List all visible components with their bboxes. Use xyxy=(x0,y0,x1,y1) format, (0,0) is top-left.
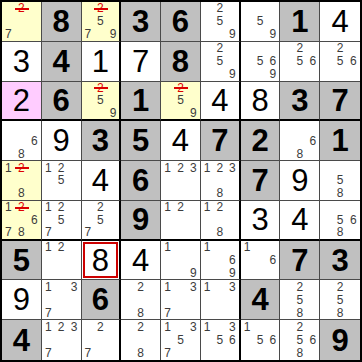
candidate-2: 2 xyxy=(94,201,107,214)
candidate-2: 2 xyxy=(55,241,68,254)
candidate-5: 5 xyxy=(293,55,306,68)
cell-r1c2[interactable]: 8 xyxy=(42,2,82,42)
digit: 4 xyxy=(251,284,268,315)
candidate-6: 6 xyxy=(267,254,280,267)
candidate-2: 2 xyxy=(333,42,346,55)
candidate-3: 3 xyxy=(68,320,81,333)
cell-r9c7[interactable]: 156 xyxy=(241,320,281,360)
pencil-marks: 169 xyxy=(201,241,239,280)
candidate-7: 7 xyxy=(82,226,95,239)
cell-r7c9[interactable]: 3 xyxy=(320,241,360,281)
candidate-2: 2 xyxy=(293,320,306,333)
candidate-3: 3 xyxy=(226,320,239,333)
pencil-marks: 59 xyxy=(241,2,280,41)
candidate-5: 5 xyxy=(213,333,226,346)
cell-r8c6[interactable]: 13 xyxy=(201,280,241,320)
candidate-3: 3 xyxy=(226,280,239,293)
cell-r7c5[interactable]: 19 xyxy=(161,241,201,281)
cell-r1c9[interactable]: 4 xyxy=(320,2,360,42)
cell-r4c8[interactable]: 68 xyxy=(280,121,320,161)
cell-r3c6[interactable]: 4 xyxy=(201,82,241,122)
candidate-1: 1 xyxy=(161,161,174,174)
candidate-9: 9 xyxy=(187,267,200,280)
pencil-marks: 28 xyxy=(121,280,160,319)
cell-r7c6[interactable]: 169 xyxy=(201,241,241,281)
eliminated-candidate-2: 2 xyxy=(15,161,28,174)
candidate-5: 5 xyxy=(174,333,187,346)
digit: 3 xyxy=(251,204,268,235)
cell-r2c9[interactable]: 256 xyxy=(320,42,360,82)
pencil-marks: 257 xyxy=(82,201,120,239)
digit: 3 xyxy=(331,245,348,276)
candidate-9: 9 xyxy=(267,68,280,81)
candidate-7: 7 xyxy=(161,347,174,360)
digit: 9 xyxy=(132,204,149,235)
cell-r2c7[interactable]: 569 xyxy=(241,42,281,82)
pencil-marks: 569 xyxy=(241,42,280,81)
candidate-5: 5 xyxy=(94,15,107,28)
candidate-2: 2 xyxy=(333,280,346,293)
cell-r8c5[interactable]: 137 xyxy=(161,280,201,320)
cell-r9c8[interactable]: 2568 xyxy=(280,320,320,360)
candidate-7: 7 xyxy=(82,347,95,360)
digit: 9 xyxy=(291,165,308,196)
candidate-5: 5 xyxy=(94,213,107,226)
candidate-7: 7 xyxy=(161,306,174,319)
candidate-9: 9 xyxy=(107,107,120,120)
candidate-2: 2 xyxy=(174,161,187,174)
candidate-5: 5 xyxy=(213,15,226,28)
cell-r7c8[interactable]: 7 xyxy=(280,241,320,281)
pencil-marks: 258 xyxy=(320,280,360,319)
candidate-8: 8 xyxy=(333,226,346,239)
cell-r4c1[interactable]: 68 xyxy=(2,121,42,161)
candidate-6: 6 xyxy=(226,254,239,267)
cell-r6c2[interactable]: 1257 xyxy=(42,201,82,241)
candidate-5: 5 xyxy=(333,213,346,226)
digit: 1 xyxy=(291,6,308,37)
digit: 2 xyxy=(251,125,268,156)
candidate-2: 2 xyxy=(213,201,226,214)
candidate-2: 2 xyxy=(94,320,107,333)
candidate-1: 1 xyxy=(42,241,55,254)
candidate-1: 1 xyxy=(2,201,15,214)
cell-r7c3[interactable]: 8 xyxy=(82,241,122,281)
cell-r3c5[interactable]: 592 xyxy=(161,82,201,122)
cell-r9c1[interactable]: 4 xyxy=(2,320,42,360)
pencil-marks: 258 xyxy=(280,280,319,319)
sudoku-board: 7285792362595914341782595692562562659215… xyxy=(0,0,362,362)
candidate-8: 8 xyxy=(293,306,306,319)
pencil-marks: 125 xyxy=(42,161,81,200)
cell-r6c5[interactable]: 12 xyxy=(161,201,201,241)
candidate-7: 7 xyxy=(42,306,55,319)
candidate-5: 5 xyxy=(174,94,187,107)
candidate-6: 6 xyxy=(306,134,319,147)
candidate-9: 9 xyxy=(187,107,200,120)
cell-r4c3[interactable]: 3 xyxy=(82,121,122,161)
pencil-marks: 592 xyxy=(161,82,200,120)
digit: 2 xyxy=(13,85,30,116)
candidate-6: 6 xyxy=(347,213,360,226)
cell-r1c7[interactable]: 59 xyxy=(241,2,281,42)
digit: 9 xyxy=(53,125,70,156)
pencil-marks: 5792 xyxy=(82,2,120,41)
pencil-marks: 259 xyxy=(201,42,239,81)
candidate-5: 5 xyxy=(333,293,346,306)
cell-r3c7[interactable]: 8 xyxy=(241,82,281,122)
cell-r8c1[interactable]: 9 xyxy=(2,280,42,320)
pencil-marks: 568 xyxy=(320,201,360,239)
candidate-1: 1 xyxy=(42,280,55,293)
cell-r7c1[interactable]: 5 xyxy=(2,241,42,281)
candidate-1: 1 xyxy=(201,201,214,214)
pencil-marks: 72 xyxy=(2,2,41,41)
pencil-marks: 28 xyxy=(121,320,160,360)
digit: 3 xyxy=(132,6,149,37)
candidate-3: 3 xyxy=(187,320,200,333)
candidate-3: 3 xyxy=(226,161,239,174)
candidate-8: 8 xyxy=(213,187,226,200)
candidate-7: 7 xyxy=(82,28,95,41)
candidate-2: 2 xyxy=(293,42,306,55)
candidate-5: 5 xyxy=(94,94,107,107)
candidate-8: 8 xyxy=(333,187,346,200)
pencil-marks: 1238 xyxy=(201,161,239,200)
cell-r8c4[interactable]: 28 xyxy=(121,280,161,320)
cell-r3c3[interactable]: 592 xyxy=(82,82,122,122)
pencil-marks: 259 xyxy=(201,2,239,41)
candidate-1: 1 xyxy=(2,161,15,174)
cell-r6c8[interactable]: 4 xyxy=(280,201,320,241)
candidate-9: 9 xyxy=(226,267,239,280)
candidate-7: 7 xyxy=(2,28,15,41)
candidate-7: 7 xyxy=(42,347,55,360)
cell-r9c3[interactable]: 27 xyxy=(82,320,122,360)
candidate-1: 1 xyxy=(42,320,55,333)
cell-r2c3[interactable]: 1 xyxy=(82,42,122,82)
candidate-8: 8 xyxy=(213,226,226,239)
cell-r2c8[interactable]: 256 xyxy=(280,42,320,82)
cell-r2c6[interactable]: 259 xyxy=(201,42,241,82)
digit: 7 xyxy=(291,245,308,276)
candidate-6: 6 xyxy=(267,333,280,346)
candidate-2: 2 xyxy=(293,280,306,293)
cell-r6c6[interactable]: 128 xyxy=(201,201,241,241)
cell-r4c6[interactable]: 7 xyxy=(201,121,241,161)
cell-r3c4[interactable]: 1 xyxy=(121,82,161,122)
candidate-2: 2 xyxy=(134,320,147,333)
candidate-5: 5 xyxy=(55,213,68,226)
candidate-6: 6 xyxy=(267,55,280,68)
candidate-9: 9 xyxy=(107,28,120,41)
candidate-8: 8 xyxy=(293,147,306,160)
pencil-marks: 16782 xyxy=(2,201,41,239)
candidate-1: 1 xyxy=(201,241,214,254)
candidate-5: 5 xyxy=(333,174,346,187)
cell-r9c6[interactable]: 1356 xyxy=(201,320,241,360)
candidate-1: 1 xyxy=(201,280,214,293)
digit: 4 xyxy=(132,245,149,276)
candidate-8: 8 xyxy=(15,147,28,160)
cell-r8c8[interactable]: 258 xyxy=(280,280,320,320)
pencil-marks: 592 xyxy=(82,82,120,120)
cell-r9c9[interactable]: 9 xyxy=(320,320,360,360)
pencil-marks: 182 xyxy=(2,161,41,200)
candidate-3: 3 xyxy=(187,161,200,174)
cell-r5c1[interactable]: 182 xyxy=(2,161,42,201)
cell-r1c3[interactable]: 5792 xyxy=(82,2,122,42)
candidate-2: 2 xyxy=(174,201,187,214)
digit: 7 xyxy=(251,165,268,196)
candidate-9: 9 xyxy=(226,68,239,81)
candidate-8: 8 xyxy=(134,306,147,319)
candidate-6: 6 xyxy=(306,333,319,346)
digit: 1 xyxy=(92,46,109,77)
cell-r4c9[interactable]: 1 xyxy=(320,121,360,161)
digit: 4 xyxy=(172,125,189,156)
candidate-2: 2 xyxy=(213,161,226,174)
cell-r7c4[interactable]: 4 xyxy=(121,241,161,281)
cell-r6c3[interactable]: 257 xyxy=(82,201,122,241)
cell-r2c5[interactable]: 8 xyxy=(161,42,201,82)
candidate-8: 8 xyxy=(15,187,28,200)
digit: 9 xyxy=(13,284,30,315)
cell-r4c2[interactable]: 9 xyxy=(42,121,82,161)
candidate-6: 6 xyxy=(347,55,360,68)
candidate-5: 5 xyxy=(293,333,306,346)
cell-r5c2[interactable]: 125 xyxy=(42,161,82,201)
pencil-marks: 19 xyxy=(161,241,200,280)
digit: 6 xyxy=(132,165,149,196)
digit: 3 xyxy=(291,85,308,116)
cell-r1c8[interactable]: 1 xyxy=(280,2,320,42)
eliminated-candidate-2: 2 xyxy=(94,82,107,95)
pencil-marks: 1356 xyxy=(201,320,239,360)
digit: 1 xyxy=(132,85,149,116)
digit: 6 xyxy=(172,6,189,37)
cell-r5c5[interactable]: 123 xyxy=(161,161,201,201)
digit: 3 xyxy=(92,125,109,156)
cell-r5c3[interactable]: 4 xyxy=(82,161,122,201)
candidate-5: 5 xyxy=(213,55,226,68)
eliminated-candidate-2: 2 xyxy=(174,82,187,95)
candidate-6: 6 xyxy=(226,333,239,346)
cell-r4c4[interactable]: 5 xyxy=(121,121,161,161)
digit: 8 xyxy=(92,245,109,276)
cell-r7c7[interactable]: 16 xyxy=(241,241,281,281)
cell-r6c4[interactable]: 9 xyxy=(121,201,161,241)
pencil-marks: 256 xyxy=(280,42,319,81)
pencil-marks: 156 xyxy=(241,320,280,360)
pencil-marks: 1257 xyxy=(42,201,81,239)
cell-r5c4[interactable]: 6 xyxy=(121,161,161,201)
cell-r1c1[interactable]: 72 xyxy=(2,2,42,42)
pencil-marks: 27 xyxy=(82,320,120,360)
candidate-1: 1 xyxy=(161,320,174,333)
pencil-marks: 256 xyxy=(320,42,360,81)
candidate-6: 6 xyxy=(306,55,319,68)
cell-r2c2[interactable]: 4 xyxy=(42,42,82,82)
candidate-7: 7 xyxy=(2,226,15,239)
digit: 5 xyxy=(13,245,30,276)
cell-r9c2[interactable]: 1237 xyxy=(42,320,82,360)
pencil-marks: 1357 xyxy=(161,320,200,360)
digit: 9 xyxy=(331,325,348,356)
candidate-8: 8 xyxy=(293,347,306,360)
candidate-9: 9 xyxy=(267,28,280,41)
cell-r2c1[interactable]: 3 xyxy=(2,42,42,82)
cell-r2c4[interactable]: 7 xyxy=(121,42,161,82)
pencil-marks: 12 xyxy=(161,201,200,239)
digit: 8 xyxy=(172,46,189,77)
digit: 7 xyxy=(211,125,228,156)
candidate-1: 1 xyxy=(42,161,55,174)
candidate-8: 8 xyxy=(15,226,28,239)
candidate-7: 7 xyxy=(42,226,55,239)
candidate-2: 2 xyxy=(134,280,147,293)
cell-r3c9[interactable]: 7 xyxy=(320,82,360,122)
cell-r6c7[interactable]: 3 xyxy=(241,201,281,241)
eliminated-candidate-2: 2 xyxy=(94,2,107,15)
digit: 4 xyxy=(291,204,308,235)
pencil-marks: 16 xyxy=(241,241,280,280)
pencil-marks: 68 xyxy=(280,121,319,160)
pencil-marks: 128 xyxy=(201,201,239,239)
cell-r1c6[interactable]: 259 xyxy=(201,2,241,42)
pencil-marks: 137 xyxy=(161,280,200,319)
cell-r9c4[interactable]: 28 xyxy=(121,320,161,360)
cell-r3c2[interactable]: 6 xyxy=(42,82,82,122)
cell-r7c2[interactable]: 12 xyxy=(42,241,82,281)
candidate-5: 5 xyxy=(55,174,68,187)
cell-r4c5[interactable]: 4 xyxy=(161,121,201,161)
candidate-1: 1 xyxy=(241,320,254,333)
cell-r5c8[interactable]: 9 xyxy=(280,161,320,201)
candidate-1: 1 xyxy=(161,201,174,214)
digit: 4 xyxy=(92,165,109,196)
candidate-6: 6 xyxy=(28,213,41,226)
candidate-1: 1 xyxy=(201,161,214,174)
eliminated-candidate-2: 2 xyxy=(15,201,28,214)
digit: 4 xyxy=(53,46,70,77)
digit: 7 xyxy=(132,46,149,77)
pencil-marks: 123 xyxy=(161,161,200,200)
pencil-marks: 12 xyxy=(42,241,81,280)
digit: 3 xyxy=(13,46,30,77)
eliminated-candidate-2: 2 xyxy=(15,2,28,15)
digit: 7 xyxy=(331,85,348,116)
candidate-2: 2 xyxy=(213,2,226,15)
candidate-1: 1 xyxy=(161,280,174,293)
digit: 4 xyxy=(13,325,30,356)
candidate-1: 1 xyxy=(42,201,55,214)
digit: 4 xyxy=(331,6,348,37)
digit: 6 xyxy=(92,284,109,315)
pencil-marks: 13 xyxy=(201,280,239,319)
pencil-marks: 2568 xyxy=(280,320,319,360)
cell-r5c7[interactable]: 7 xyxy=(241,161,281,201)
digit: 4 xyxy=(211,85,228,116)
candidate-5: 5 xyxy=(254,55,267,68)
candidate-8: 8 xyxy=(134,347,147,360)
digit: 8 xyxy=(251,85,268,116)
candidate-6: 6 xyxy=(28,134,41,147)
candidate-9: 9 xyxy=(226,28,239,41)
cell-r6c9[interactable]: 568 xyxy=(320,201,360,241)
pencil-marks: 68 xyxy=(2,121,41,160)
cell-r3c1[interactable]: 2 xyxy=(2,82,42,122)
cell-r8c9[interactable]: 258 xyxy=(320,280,360,320)
candidate-5: 5 xyxy=(254,333,267,346)
candidate-2: 2 xyxy=(55,161,68,174)
cell-r3c8[interactable]: 3 xyxy=(280,82,320,122)
cell-r6c1[interactable]: 16782 xyxy=(2,201,42,241)
digit: 8 xyxy=(53,6,70,37)
candidate-1: 1 xyxy=(241,241,254,254)
cell-r8c7[interactable]: 4 xyxy=(241,280,281,320)
candidate-5: 5 xyxy=(293,293,306,306)
candidate-1: 1 xyxy=(201,320,214,333)
cell-r1c5[interactable]: 6 xyxy=(161,2,201,42)
cell-r5c9[interactable]: 58 xyxy=(320,161,360,201)
candidate-3: 3 xyxy=(187,280,200,293)
cell-r8c2[interactable]: 137 xyxy=(42,280,82,320)
pencil-marks: 137 xyxy=(42,280,81,319)
digit: 5 xyxy=(132,125,149,156)
cell-r9c5[interactable]: 1357 xyxy=(161,320,201,360)
candidate-2: 2 xyxy=(55,201,68,214)
cell-r4c7[interactable]: 2 xyxy=(241,121,281,161)
candidate-8: 8 xyxy=(333,306,346,319)
candidate-3: 3 xyxy=(68,280,81,293)
cell-r1c4[interactable]: 3 xyxy=(121,2,161,42)
digit: 1 xyxy=(331,125,348,156)
candidate-2: 2 xyxy=(213,42,226,55)
cell-r8c3[interactable]: 6 xyxy=(82,280,122,320)
candidate-1: 1 xyxy=(161,241,174,254)
digit: 6 xyxy=(53,85,70,116)
cell-r5c6[interactable]: 1238 xyxy=(201,161,241,201)
candidate-5: 5 xyxy=(254,15,267,28)
candidate-5: 5 xyxy=(333,55,346,68)
candidate-2: 2 xyxy=(55,320,68,333)
pencil-marks: 1237 xyxy=(42,320,81,360)
pencil-marks: 58 xyxy=(320,161,360,200)
